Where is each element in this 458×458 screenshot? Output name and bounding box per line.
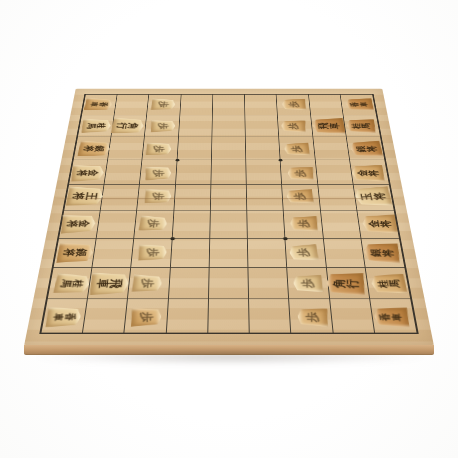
cell-c8r7[interactable]	[323, 238, 365, 267]
cell-c9r1[interactable]: 香 車	[340, 95, 376, 116]
cell-c2r8[interactable]: 飛 車	[88, 268, 132, 299]
cell-c7r6[interactable]: 歩	[284, 211, 323, 239]
cell-c4r1[interactable]	[180, 95, 213, 116]
cell-c4r7[interactable]	[171, 238, 211, 267]
cell-c5r7[interactable]	[209, 238, 248, 267]
piece-kanji: 銀 将	[62, 249, 87, 257]
cell-c6r8[interactable]	[248, 268, 289, 299]
piece-silver-left-c1r3[interactable]: 銀 将	[77, 141, 111, 157]
piece-kanji: 香 車	[52, 313, 75, 321]
board-shadow	[34, 352, 426, 364]
cell-c9r9[interactable]: 香 車	[370, 299, 417, 332]
piece-kanji: 金 将	[356, 170, 379, 177]
cell-c6r3[interactable]	[246, 137, 281, 160]
piece-kanji: 桂 馬	[351, 123, 371, 129]
piece-kanji: 歩	[294, 169, 306, 177]
cell-c2r3[interactable]	[108, 137, 145, 160]
piece-kanji: 歩	[288, 101, 299, 107]
cell-c4r6[interactable]	[172, 211, 210, 239]
piece-kanji: 歩	[291, 145, 303, 152]
piece-kanji: 金 将	[367, 220, 392, 228]
cell-c3r4[interactable]: 歩	[140, 160, 177, 184]
cell-c8r8[interactable]: 角 行	[326, 268, 370, 299]
piece-knight-left-c1r8[interactable]: 桂 馬	[53, 273, 91, 294]
cell-c7r9[interactable]: 歩	[289, 299, 333, 332]
piece-rook-left-c2r8[interactable]: 飛 車	[89, 272, 129, 295]
piece-pawn-right-c7r9[interactable]: 歩	[297, 307, 327, 327]
piece-kanji: 角 行	[332, 278, 359, 288]
cell-c6r1[interactable]	[245, 95, 278, 116]
piece-kanji: 桂 馬	[376, 279, 400, 287]
piece-kanji: 角 行	[116, 122, 140, 129]
piece-pawn-right-c7r1[interactable]: 歩	[282, 99, 307, 110]
piece-kanji: 歩	[152, 169, 164, 177]
piece-kanji: 桂 馬	[86, 123, 106, 129]
piece-kanji: 飛 車	[317, 123, 340, 130]
cell-c7r4[interactable]: 歩	[281, 160, 318, 184]
cell-c2r1[interactable]	[115, 95, 150, 116]
piece-kanji: 香 車	[89, 102, 107, 107]
cell-c3r6[interactable]: 歩	[135, 211, 174, 239]
piece-pawn-right-c7r6[interactable]: 歩	[290, 216, 318, 232]
cell-c1r1[interactable]: 香 車	[82, 95, 118, 116]
cell-c5r9[interactable]	[208, 299, 250, 332]
cell-c4r2[interactable]	[179, 115, 213, 137]
cell-c8r2[interactable]: 飛 車	[311, 115, 347, 137]
cell-c3r1[interactable]: 歩	[147, 95, 181, 116]
cell-c6r9[interactable]	[249, 299, 291, 332]
cell-c2r9[interactable]	[83, 299, 128, 332]
piece-knight-left-c1r2[interactable]: 桂 馬	[81, 119, 111, 133]
piece-bishop-right-c8r8[interactable]: 角 行	[326, 272, 365, 296]
piece-silver-right-c9r7[interactable]: 銀 将	[363, 242, 399, 263]
piece-king-right-c9r5[interactable]: 玉 将	[354, 186, 393, 206]
cell-c2r7[interactable]	[93, 238, 135, 267]
piece-lance-right-c9r1[interactable]: 香 車	[345, 98, 374, 111]
piece-kanji: 銀 将	[355, 145, 378, 152]
cell-c4r8[interactable]	[169, 268, 210, 299]
cell-c6r2[interactable]	[245, 115, 279, 137]
photo-background: 香 車歩歩香 車桂 馬角 行歩歩飛 車桂 馬銀 将歩歩銀 将金 将歩歩金 将王 …	[0, 0, 458, 458]
cell-c8r9[interactable]	[330, 299, 375, 332]
piece-kanji: 桂 馬	[59, 279, 84, 288]
piece-pawn-right-c7r7[interactable]: 歩	[288, 244, 319, 261]
cell-c2r6[interactable]	[97, 211, 138, 239]
cell-c3r3[interactable]: 歩	[143, 137, 179, 160]
piece-gold-right-c9r4[interactable]: 金 将	[351, 165, 385, 182]
star-point	[279, 159, 283, 162]
piece-gold-left-c1r6[interactable]: 金 将	[60, 214, 95, 234]
piece-kanji: 歩	[140, 279, 155, 289]
cell-c3r7[interactable]: 歩	[132, 238, 173, 267]
cell-c7r3[interactable]: 歩	[279, 137, 315, 160]
cell-c1r2[interactable]: 桂 馬	[78, 115, 115, 137]
piece-knight-right-c9r2[interactable]: 桂 馬	[346, 119, 376, 134]
piece-kanji: 香 車	[350, 102, 368, 107]
piece-kanji: 歩	[158, 101, 170, 107]
piece-pawn-left-c3r6[interactable]: 歩	[138, 216, 168, 232]
piece-kanji: 歩	[146, 219, 160, 228]
shogi-board: 香 車歩歩香 車桂 馬角 行歩歩飛 車桂 馬銀 将歩歩銀 将金 将歩歩金 将王 …	[24, 89, 434, 346]
piece-kanji: 歩	[153, 145, 165, 152]
piece-pawn-right-c7r4[interactable]: 歩	[287, 166, 313, 180]
cell-c6r4[interactable]	[246, 160, 282, 184]
cell-c4r4[interactable]	[176, 160, 212, 184]
cell-c7r8[interactable]: 歩	[287, 268, 329, 299]
cell-c8r1[interactable]	[309, 95, 344, 116]
cell-c9r4[interactable]: 金 将	[350, 160, 389, 184]
piece-pawn-right-c7r5[interactable]: 歩	[286, 189, 314, 204]
cell-c5r1[interactable]	[213, 95, 246, 116]
cell-c8r4[interactable]	[315, 160, 353, 184]
cell-c7r7[interactable]: 歩	[286, 238, 327, 267]
cell-c6r7[interactable]	[248, 238, 288, 267]
piece-pawn-right-c7r8[interactable]: 歩	[293, 275, 324, 292]
piece-lance-left-c1r9[interactable]: 香 車	[45, 307, 82, 327]
board-fold-seam	[55, 198, 403, 199]
cell-c5r6[interactable]	[210, 211, 248, 239]
cell-c9r3[interactable]: 銀 将	[347, 137, 385, 160]
piece-kanji: 歩	[301, 279, 315, 288]
piece-kanji: 歩	[288, 122, 299, 129]
cell-c7r1[interactable]: 歩	[277, 95, 311, 116]
cell-c5r3[interactable]	[212, 137, 247, 160]
cell-c2r4[interactable]	[105, 160, 143, 184]
cell-c5r2[interactable]	[212, 115, 246, 137]
piece-lance-right-c9r9[interactable]: 香 車	[373, 307, 409, 328]
piece-king-left-c1r5[interactable]: 王 将	[66, 187, 105, 207]
piece-kanji: 飛 車	[96, 279, 124, 289]
piece-pawn-left-c3r8[interactable]: 歩	[132, 275, 163, 293]
cell-c8r3[interactable]	[313, 137, 350, 160]
piece-bishop-left-c2r2[interactable]: 角 行	[110, 118, 144, 134]
cell-c9r2[interactable]: 桂 馬	[343, 115, 380, 137]
piece-pawn-right-c7r2[interactable]: 歩	[281, 120, 306, 133]
cell-c9r7[interactable]: 銀 将	[361, 238, 404, 267]
cell-c3r2[interactable]: 歩	[145, 115, 180, 137]
piece-kanji: 歩	[296, 248, 310, 257]
piece-gold-right-c9r6[interactable]: 金 将	[361, 214, 398, 233]
board-grid: 香 車歩歩香 車桂 馬角 行歩歩飛 車桂 馬銀 将歩歩銀 将金 将歩歩金 将王 …	[39, 94, 419, 334]
cell-c9r8[interactable]: 桂 馬	[365, 268, 410, 299]
cell-c1r6[interactable]: 金 将	[59, 211, 101, 239]
piece-kanji: 銀 将	[83, 145, 106, 152]
piece-kanji: 歩	[157, 123, 168, 130]
piece-lance-left-c1r1[interactable]: 香 車	[83, 98, 113, 111]
piece-silver-right-c9r3[interactable]: 銀 将	[349, 141, 383, 157]
piece-kanji: 香 車	[380, 313, 403, 321]
piece-kanji: 歩	[297, 219, 310, 227]
cell-c5r4[interactable]	[211, 160, 247, 184]
piece-silver-left-c1r7[interactable]: 銀 将	[56, 243, 94, 263]
cell-c1r7[interactable]: 銀 将	[54, 238, 97, 267]
piece-rook-right-c8r2[interactable]: 飛 車	[312, 118, 346, 134]
piece-pawn-right-c7r3[interactable]: 歩	[284, 142, 310, 155]
piece-pawn-left-c3r1[interactable]: 歩	[151, 98, 176, 110]
piece-kanji: 銀 将	[369, 248, 394, 257]
piece-pawn-left-c3r9[interactable]: 歩	[131, 307, 162, 326]
piece-pawn-left-c3r3[interactable]: 歩	[146, 142, 172, 155]
star-point	[283, 237, 288, 240]
piece-pawn-left-c3r4[interactable]: 歩	[145, 166, 171, 180]
piece-pawn-left-c3r7[interactable]: 歩	[138, 244, 167, 261]
piece-kanji: 歩	[139, 312, 153, 322]
piece-gold-left-c1r4[interactable]: 金 将	[71, 165, 105, 182]
cell-c5r8[interactable]	[209, 268, 249, 299]
cell-c3r9[interactable]: 歩	[125, 299, 169, 332]
piece-knight-right-c9r8[interactable]: 桂 馬	[370, 273, 408, 293]
cell-c1r8[interactable]: 桂 馬	[48, 268, 93, 299]
piece-kanji: 歩	[146, 248, 159, 257]
cell-c7r2[interactable]: 歩	[278, 115, 313, 137]
cell-c4r9[interactable]	[166, 299, 208, 332]
cell-c3r8[interactable]: 歩	[128, 268, 170, 299]
piece-kanji: 歩	[306, 312, 320, 322]
piece-pawn-left-c3r2[interactable]: 歩	[151, 120, 176, 133]
cell-c6r6[interactable]	[247, 211, 285, 239]
piece-kanji: 金 将	[76, 170, 99, 177]
cell-c9r6[interactable]: 金 将	[357, 211, 399, 239]
cell-c1r9[interactable]: 香 車	[41, 299, 88, 332]
cell-c1r3[interactable]: 銀 将	[74, 137, 112, 160]
cell-c8r6[interactable]	[321, 211, 362, 239]
cell-c4r3[interactable]	[177, 137, 212, 160]
cell-c2r2[interactable]: 角 行	[111, 115, 147, 137]
cell-c1r4[interactable]: 金 将	[69, 160, 108, 184]
piece-pawn-left-c3r5[interactable]: 歩	[144, 189, 172, 203]
piece-kanji: 金 将	[66, 219, 90, 227]
